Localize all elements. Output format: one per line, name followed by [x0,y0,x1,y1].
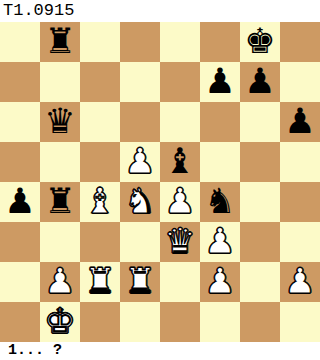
square-c1[interactable] [80,302,120,342]
piece-black-pawn[interactable]: ♟ [4,182,35,221]
square-f6[interactable] [200,102,240,142]
piece-white-king[interactable]: ♚ [44,302,75,341]
piece-black-pawn[interactable]: ♟ [284,102,315,141]
square-b7[interactable] [40,62,80,102]
square-a4[interactable]: ♟ [0,182,40,222]
square-c4[interactable]: ♝ [80,182,120,222]
square-d2[interactable]: ♜ [120,262,160,302]
square-c7[interactable] [80,62,120,102]
piece-white-rook[interactable]: ♜ [124,262,155,301]
square-g4[interactable] [240,182,280,222]
square-g6[interactable] [240,102,280,142]
square-h5[interactable] [280,142,320,182]
square-d8[interactable] [120,22,160,62]
square-g1[interactable] [240,302,280,342]
move-prompt: 1... ? [8,342,62,360]
square-g8[interactable]: ♚ [240,22,280,62]
square-d5[interactable]: ♟ [120,142,160,182]
square-e1[interactable] [160,302,200,342]
piece-white-pawn[interactable]: ♟ [164,182,195,221]
square-a3[interactable] [0,222,40,262]
piece-black-rook[interactable]: ♜ [44,182,75,221]
square-h4[interactable] [280,182,320,222]
title-bar: T1.0915 [0,0,320,22]
square-b8[interactable]: ♜ [40,22,80,62]
square-a2[interactable] [0,262,40,302]
square-g5[interactable] [240,142,280,182]
square-f1[interactable] [200,302,240,342]
square-f7[interactable]: ♟ [200,62,240,102]
piece-white-queen[interactable]: ♛ [164,222,195,261]
square-c3[interactable] [80,222,120,262]
piece-black-king[interactable]: ♚ [244,22,275,61]
square-a8[interactable] [0,22,40,62]
square-h3[interactable] [280,222,320,262]
square-e8[interactable] [160,22,200,62]
piece-black-knight[interactable]: ♞ [204,182,235,221]
square-d3[interactable] [120,222,160,262]
square-d6[interactable] [120,102,160,142]
square-b4[interactable]: ♜ [40,182,80,222]
square-b5[interactable] [40,142,80,182]
square-a1[interactable] [0,302,40,342]
piece-white-rook[interactable]: ♜ [84,262,115,301]
chess-app-window: T1.0915 ♜♚♟♟♛♟♟♝♟♜♝♞♟♞♛♟♟♜♜♟♟♚ 1... ? [0,0,320,360]
piece-white-knight[interactable]: ♞ [124,182,155,221]
square-a7[interactable] [0,62,40,102]
status-bar: 1... ? [0,342,320,360]
piece-black-rook[interactable]: ♜ [44,22,75,61]
square-f3[interactable]: ♟ [200,222,240,262]
piece-white-pawn[interactable]: ♟ [204,262,235,301]
chess-board: ♜♚♟♟♛♟♟♝♟♜♝♞♟♞♛♟♟♜♜♟♟♚ [0,22,320,342]
square-f5[interactable] [200,142,240,182]
piece-white-pawn[interactable]: ♟ [204,222,235,261]
square-g3[interactable] [240,222,280,262]
square-c6[interactable] [80,102,120,142]
square-a6[interactable] [0,102,40,142]
square-e3[interactable]: ♛ [160,222,200,262]
square-g2[interactable] [240,262,280,302]
square-f4[interactable]: ♞ [200,182,240,222]
piece-black-pawn[interactable]: ♟ [204,62,235,101]
piece-white-bishop[interactable]: ♝ [84,182,115,221]
square-d7[interactable] [120,62,160,102]
square-h2[interactable]: ♟ [280,262,320,302]
square-f8[interactable] [200,22,240,62]
square-e6[interactable] [160,102,200,142]
puzzle-title: T1.0915 [3,0,74,22]
square-h7[interactable] [280,62,320,102]
piece-black-queen[interactable]: ♛ [44,102,75,141]
square-e4[interactable]: ♟ [160,182,200,222]
square-b3[interactable] [40,222,80,262]
square-e7[interactable] [160,62,200,102]
square-f2[interactable]: ♟ [200,262,240,302]
piece-white-pawn[interactable]: ♟ [124,142,155,181]
square-a5[interactable] [0,142,40,182]
square-g7[interactable]: ♟ [240,62,280,102]
square-h6[interactable]: ♟ [280,102,320,142]
square-d4[interactable]: ♞ [120,182,160,222]
square-e5[interactable]: ♝ [160,142,200,182]
square-d1[interactable] [120,302,160,342]
square-c2[interactable]: ♜ [80,262,120,302]
square-e2[interactable] [160,262,200,302]
square-h1[interactable] [280,302,320,342]
square-c8[interactable] [80,22,120,62]
square-c5[interactable] [80,142,120,182]
piece-black-pawn[interactable]: ♟ [244,62,275,101]
square-b6[interactable]: ♛ [40,102,80,142]
piece-white-pawn[interactable]: ♟ [284,262,315,301]
piece-black-bishop[interactable]: ♝ [164,142,195,181]
square-b2[interactable]: ♟ [40,262,80,302]
piece-white-pawn[interactable]: ♟ [44,262,75,301]
square-b1[interactable]: ♚ [40,302,80,342]
square-h8[interactable] [280,22,320,62]
